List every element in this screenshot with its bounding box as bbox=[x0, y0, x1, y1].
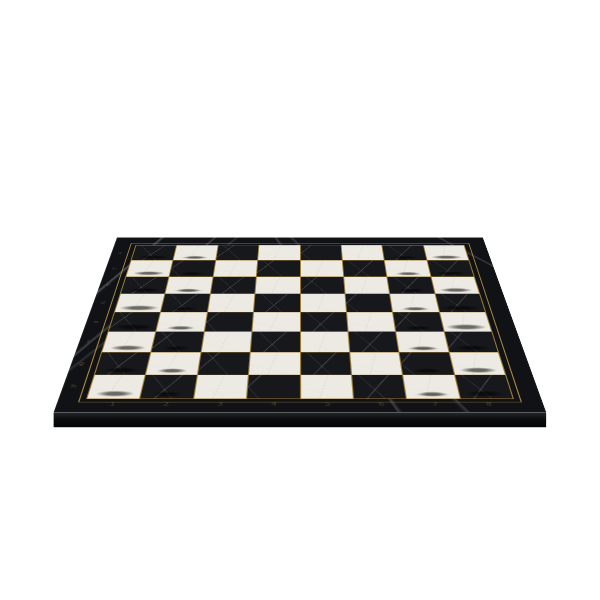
board-front-edge bbox=[54, 412, 547, 427]
square-d5[interactable] bbox=[300, 294, 345, 312]
piece-glyph: ♟ bbox=[144, 345, 192, 399]
square-g4[interactable] bbox=[249, 353, 299, 375]
square-a5[interactable] bbox=[300, 245, 341, 260]
square-f4[interactable] bbox=[251, 332, 300, 352]
piece-glyph: ♜ bbox=[85, 333, 144, 399]
coord-rank-1: 1 bbox=[109, 402, 116, 406]
coord-rank-3: 3 bbox=[217, 402, 223, 406]
coord-rank-6: 6 bbox=[378, 402, 384, 406]
square-a4[interactable] bbox=[258, 245, 299, 260]
piece-glyph: ♜ bbox=[456, 333, 515, 399]
square-b4[interactable] bbox=[257, 261, 300, 277]
piece-glyph: ♟ bbox=[408, 345, 456, 399]
square-c4[interactable] bbox=[256, 277, 300, 294]
square-b3[interactable] bbox=[213, 261, 257, 277]
square-h8[interactable]: ♜ bbox=[455, 375, 513, 399]
square-c3[interactable] bbox=[211, 277, 256, 294]
square-b5[interactable] bbox=[300, 261, 343, 277]
chessboard-photo: 12345678abcdefgh ♜♟♟♜♞♟♟♞♝♟♟♝♛♟♟♛♚♟♟♚♝♟♟… bbox=[0, 0, 600, 600]
square-h4[interactable] bbox=[247, 375, 299, 399]
square-h1[interactable]: ♜ bbox=[87, 375, 145, 399]
board-grid: ♜♟♟♜♞♟♟♞♝♟♟♝♛♟♟♛♚♟♟♚♝♟♟♝♞♟♟♞♜♟♟♜ bbox=[86, 245, 514, 399]
square-a6[interactable] bbox=[341, 245, 384, 260]
square-h5[interactable] bbox=[301, 375, 353, 399]
square-h2[interactable]: ♟ bbox=[141, 375, 197, 399]
square-h3[interactable] bbox=[194, 375, 248, 399]
square-d4[interactable] bbox=[254, 294, 299, 312]
coord-file-h: h bbox=[70, 385, 77, 389]
square-d3[interactable] bbox=[208, 294, 255, 312]
square-c5[interactable] bbox=[300, 277, 344, 294]
coord-rank-4: 4 bbox=[271, 402, 277, 406]
square-g6[interactable] bbox=[350, 353, 402, 375]
square-e5[interactable] bbox=[301, 312, 348, 331]
square-f3[interactable] bbox=[201, 332, 251, 352]
square-a3[interactable] bbox=[216, 245, 259, 260]
coord-rank-7: 7 bbox=[432, 402, 439, 406]
square-d6[interactable] bbox=[345, 294, 392, 312]
square-h6[interactable] bbox=[352, 375, 406, 399]
square-b6[interactable] bbox=[343, 261, 387, 277]
chessboard: 12345678abcdefgh ♜♟♟♜♞♟♟♞♝♟♟♝♛♟♟♛♚♟♟♚♝♟♟… bbox=[54, 238, 547, 413]
square-e4[interactable] bbox=[253, 312, 300, 331]
coord-rank-8: 8 bbox=[486, 402, 493, 406]
square-e3[interactable] bbox=[205, 312, 253, 331]
square-f6[interactable] bbox=[348, 332, 398, 352]
coord-rank-5: 5 bbox=[325, 402, 331, 406]
square-h7[interactable]: ♟ bbox=[403, 375, 459, 399]
square-f5[interactable] bbox=[301, 332, 350, 352]
square-c6[interactable] bbox=[344, 277, 389, 294]
square-g3[interactable] bbox=[198, 353, 250, 375]
coord-rank-2: 2 bbox=[163, 402, 170, 406]
square-g5[interactable] bbox=[301, 353, 351, 375]
square-e6[interactable] bbox=[347, 312, 395, 331]
